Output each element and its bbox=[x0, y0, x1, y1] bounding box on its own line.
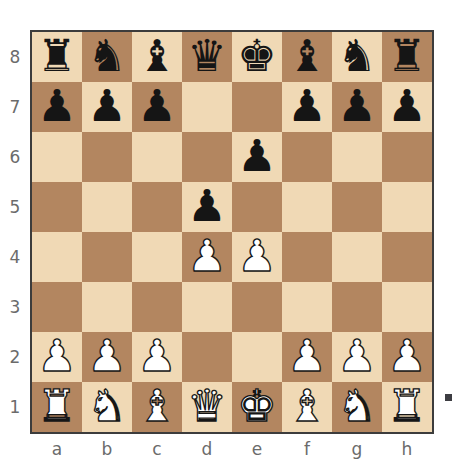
piece-black-pawn[interactable]: ♟ bbox=[387, 84, 426, 128]
piece-white-queen[interactable]: ♛ bbox=[187, 384, 226, 428]
square-d2[interactable] bbox=[182, 332, 232, 382]
square-c1[interactable]: ♝ bbox=[132, 382, 182, 432]
square-b8[interactable]: ♞ bbox=[82, 32, 132, 82]
piece-white-rook[interactable]: ♜ bbox=[387, 384, 426, 428]
square-g5[interactable] bbox=[332, 182, 382, 232]
file-labels: abcdefgh bbox=[32, 436, 432, 462]
square-b2[interactable]: ♟ bbox=[82, 332, 132, 382]
piece-black-pawn[interactable]: ♟ bbox=[37, 84, 76, 128]
piece-white-knight[interactable]: ♞ bbox=[87, 384, 126, 428]
file-label-c: c bbox=[132, 436, 182, 462]
file-label-e: e bbox=[232, 436, 282, 462]
piece-black-pawn[interactable]: ♟ bbox=[287, 84, 326, 128]
piece-black-knight[interactable]: ♞ bbox=[87, 34, 126, 78]
piece-white-pawn[interactable]: ♟ bbox=[337, 334, 376, 378]
piece-black-pawn[interactable]: ♟ bbox=[237, 134, 276, 178]
square-h2[interactable]: ♟ bbox=[382, 332, 432, 382]
square-h1[interactable]: ♜ bbox=[382, 382, 432, 432]
square-a5[interactable] bbox=[32, 182, 82, 232]
piece-white-pawn[interactable]: ♟ bbox=[287, 334, 326, 378]
square-a7[interactable]: ♟ bbox=[32, 82, 82, 132]
square-f6[interactable] bbox=[282, 132, 332, 182]
square-g4[interactable] bbox=[332, 232, 382, 282]
square-f4[interactable] bbox=[282, 232, 332, 282]
piece-black-rook[interactable]: ♜ bbox=[37, 34, 76, 78]
square-h5[interactable] bbox=[382, 182, 432, 232]
square-e3[interactable] bbox=[232, 282, 282, 332]
rank-labels: 87654321 bbox=[0, 32, 30, 432]
piece-white-pawn[interactable]: ♟ bbox=[37, 334, 76, 378]
square-e8[interactable]: ♚ bbox=[232, 32, 282, 82]
piece-black-knight[interactable]: ♞ bbox=[337, 34, 376, 78]
square-b7[interactable]: ♟ bbox=[82, 82, 132, 132]
square-b6[interactable] bbox=[82, 132, 132, 182]
square-e2[interactable] bbox=[232, 332, 282, 382]
square-e5[interactable] bbox=[232, 182, 282, 232]
piece-black-pawn[interactable]: ♟ bbox=[137, 84, 176, 128]
square-d3[interactable] bbox=[182, 282, 232, 332]
file-label-a: a bbox=[32, 436, 82, 462]
square-d7[interactable] bbox=[182, 82, 232, 132]
square-h7[interactable]: ♟ bbox=[382, 82, 432, 132]
piece-white-king[interactable]: ♚ bbox=[237, 384, 276, 428]
square-d4[interactable]: ♟ bbox=[182, 232, 232, 282]
square-f2[interactable]: ♟ bbox=[282, 332, 332, 382]
piece-white-pawn[interactable]: ♟ bbox=[137, 334, 176, 378]
square-g1[interactable]: ♞ bbox=[332, 382, 382, 432]
square-a4[interactable] bbox=[32, 232, 82, 282]
piece-white-bishop[interactable]: ♝ bbox=[137, 384, 176, 428]
piece-white-rook[interactable]: ♜ bbox=[37, 384, 76, 428]
square-e6[interactable]: ♟ bbox=[232, 132, 282, 182]
piece-white-pawn[interactable]: ♟ bbox=[187, 234, 226, 278]
square-c7[interactable]: ♟ bbox=[132, 82, 182, 132]
square-g7[interactable]: ♟ bbox=[332, 82, 382, 132]
square-h4[interactable] bbox=[382, 232, 432, 282]
square-d5[interactable]: ♟ bbox=[182, 182, 232, 232]
square-f5[interactable] bbox=[282, 182, 332, 232]
rank-label-6: 6 bbox=[0, 132, 30, 182]
file-label-g: g bbox=[332, 436, 382, 462]
square-a2[interactable]: ♟ bbox=[32, 332, 82, 382]
piece-black-pawn[interactable]: ♟ bbox=[87, 84, 126, 128]
file-label-h: h bbox=[382, 436, 432, 462]
file-label-f: f bbox=[282, 436, 332, 462]
square-h8[interactable]: ♜ bbox=[382, 32, 432, 82]
piece-black-bishop[interactable]: ♝ bbox=[137, 34, 176, 78]
piece-white-pawn[interactable]: ♟ bbox=[387, 334, 426, 378]
square-b1[interactable]: ♞ bbox=[82, 382, 132, 432]
square-e7[interactable] bbox=[232, 82, 282, 132]
square-a6[interactable] bbox=[32, 132, 82, 182]
square-b4[interactable] bbox=[82, 232, 132, 282]
square-e4[interactable]: ♟ bbox=[232, 232, 282, 282]
rank-label-5: 5 bbox=[0, 182, 30, 232]
square-a1[interactable]: ♜ bbox=[32, 382, 82, 432]
piece-white-bishop[interactable]: ♝ bbox=[287, 384, 326, 428]
piece-white-pawn[interactable]: ♟ bbox=[87, 334, 126, 378]
rank-label-4: 4 bbox=[0, 232, 30, 282]
piece-black-king[interactable]: ♚ bbox=[237, 34, 276, 78]
rank-label-8: 8 bbox=[0, 32, 30, 82]
chess-board: ♜♞♝♛♚♝♞♜♟♟♟♟♟♟♟♟♟♟♟♟♟♟♟♟♜♞♝♛♚♝♞♜ bbox=[30, 30, 434, 434]
square-g6[interactable] bbox=[332, 132, 382, 182]
piece-black-bishop[interactable]: ♝ bbox=[287, 34, 326, 78]
square-e1[interactable]: ♚ bbox=[232, 382, 282, 432]
square-c5[interactable] bbox=[132, 182, 182, 232]
square-c2[interactable]: ♟ bbox=[132, 332, 182, 382]
square-a8[interactable]: ♜ bbox=[32, 32, 82, 82]
piece-black-rook[interactable]: ♜ bbox=[387, 34, 426, 78]
square-d1[interactable]: ♛ bbox=[182, 382, 232, 432]
rank-label-7: 7 bbox=[0, 82, 30, 132]
square-d6[interactable] bbox=[182, 132, 232, 182]
square-c6[interactable] bbox=[132, 132, 182, 182]
square-f1[interactable]: ♝ bbox=[282, 382, 332, 432]
square-h6[interactable] bbox=[382, 132, 432, 182]
piece-black-pawn[interactable]: ♟ bbox=[337, 84, 376, 128]
file-label-b: b bbox=[82, 436, 132, 462]
square-c3[interactable] bbox=[132, 282, 182, 332]
square-b5[interactable] bbox=[82, 182, 132, 232]
square-c4[interactable] bbox=[132, 232, 182, 282]
piece-black-pawn[interactable]: ♟ bbox=[187, 184, 226, 228]
square-g2[interactable]: ♟ bbox=[332, 332, 382, 382]
square-g3[interactable] bbox=[332, 282, 382, 332]
piece-white-knight[interactable]: ♞ bbox=[337, 384, 376, 428]
square-f3[interactable] bbox=[282, 282, 332, 332]
file-label-d: d bbox=[182, 436, 232, 462]
square-c8[interactable]: ♝ bbox=[132, 32, 182, 82]
turn-indicator bbox=[445, 394, 452, 401]
rank-label-2: 2 bbox=[0, 332, 30, 382]
piece-white-pawn[interactable]: ♟ bbox=[237, 234, 276, 278]
square-h3[interactable] bbox=[382, 282, 432, 332]
square-g8[interactable]: ♞ bbox=[332, 32, 382, 82]
piece-black-queen[interactable]: ♛ bbox=[187, 34, 226, 78]
rank-label-3: 3 bbox=[0, 282, 30, 332]
square-a3[interactable] bbox=[32, 282, 82, 332]
square-f8[interactable]: ♝ bbox=[282, 32, 332, 82]
rank-label-1: 1 bbox=[0, 382, 30, 432]
square-f7[interactable]: ♟ bbox=[282, 82, 332, 132]
square-d8[interactable]: ♛ bbox=[182, 32, 232, 82]
square-b3[interactable] bbox=[82, 282, 132, 332]
